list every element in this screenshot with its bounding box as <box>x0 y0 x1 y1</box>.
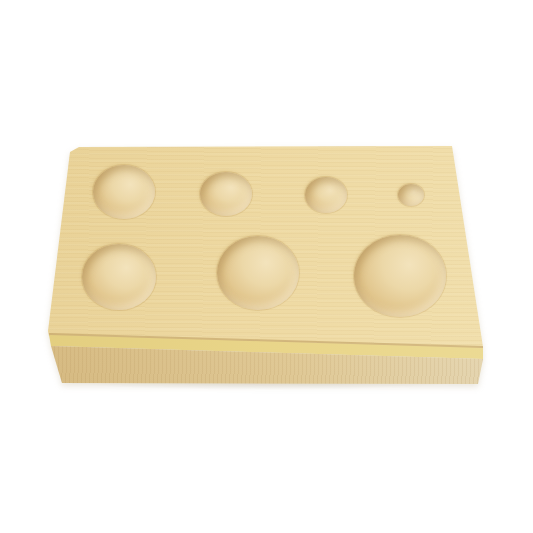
pit-bottom-2[interactable] <box>217 236 299 310</box>
pit-top-1[interactable] <box>93 165 155 219</box>
pit-top-3[interactable] <box>305 177 347 213</box>
pits-layer <box>0 0 533 533</box>
pit-top-4[interactable] <box>398 184 424 206</box>
pit-bottom-3[interactable] <box>354 235 446 317</box>
mancala-board <box>0 0 533 533</box>
pit-top-2[interactable] <box>200 172 252 216</box>
product-photo-stage <box>0 0 533 533</box>
pit-bottom-1[interactable] <box>82 244 156 310</box>
